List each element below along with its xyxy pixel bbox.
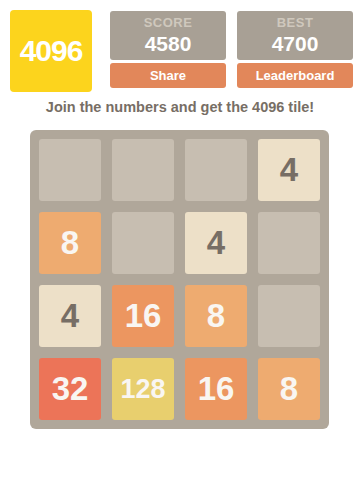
best-label: BEST xyxy=(277,15,314,31)
board[interactable]: 484416832128168 xyxy=(30,130,329,429)
score-value: 4580 xyxy=(145,32,192,56)
tile-16: 16 xyxy=(112,285,174,347)
logo-4096-tile: 4096 xyxy=(10,10,92,92)
tile-32: 32 xyxy=(39,358,101,420)
share-button[interactable]: Share xyxy=(110,63,226,88)
empty-cell xyxy=(112,212,174,274)
empty-cell xyxy=(258,212,320,274)
tagline: Join the numbers and get the 4096 tile! xyxy=(0,98,360,116)
tile-4: 4 xyxy=(258,139,320,201)
tile-8: 8 xyxy=(185,285,247,347)
tile-8: 8 xyxy=(39,212,101,274)
tile-8: 8 xyxy=(258,358,320,420)
empty-cell xyxy=(258,285,320,347)
tile-4: 4 xyxy=(185,212,247,274)
score-box: SCORE 4580 xyxy=(110,11,226,60)
best-value: 4700 xyxy=(272,32,319,56)
tile-16: 16 xyxy=(185,358,247,420)
leaderboard-button[interactable]: Leaderboard xyxy=(237,63,353,88)
tile-4: 4 xyxy=(39,285,101,347)
empty-cell xyxy=(39,139,101,201)
score-label: SCORE xyxy=(144,15,193,31)
tile-128: 128 xyxy=(112,358,174,420)
empty-cell xyxy=(185,139,247,201)
empty-cell xyxy=(112,139,174,201)
app-window: 4096 SCORE 4580 BEST 4700 Share Leaderbo… xyxy=(0,0,360,480)
best-box: BEST 4700 xyxy=(237,11,353,60)
